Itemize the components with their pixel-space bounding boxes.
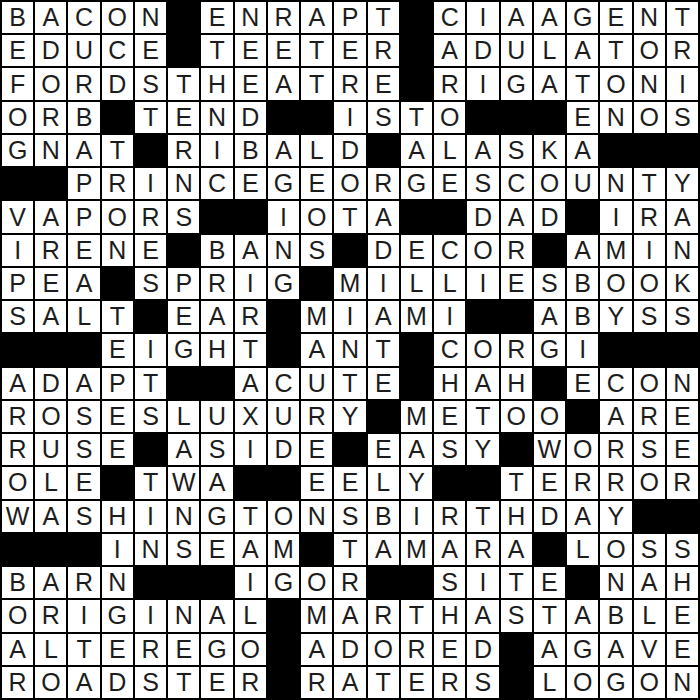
crossword-cell[interactable]: I xyxy=(334,102,365,133)
crossword-cell[interactable]: T xyxy=(135,102,166,133)
crossword-cell[interactable]: R xyxy=(35,600,66,631)
crossword-cell[interactable]: E xyxy=(301,467,332,498)
crossword-cell[interactable]: N xyxy=(334,334,365,365)
crossword-cell[interactable]: E xyxy=(534,567,565,598)
crossword-cell[interactable]: L xyxy=(567,534,598,565)
crossword-cell[interactable]: G xyxy=(268,567,299,598)
crossword-cell[interactable]: A xyxy=(334,667,365,698)
crossword-cell[interactable]: A xyxy=(501,201,532,232)
crossword-cell[interactable]: U xyxy=(201,401,232,432)
crossword-cell[interactable]: P xyxy=(334,2,365,33)
crossword-cell[interactable]: O xyxy=(567,667,598,698)
crossword-cell[interactable]: E xyxy=(201,667,232,698)
crossword-cell[interactable]: K xyxy=(667,268,698,299)
crossword-cell[interactable]: R xyxy=(434,667,465,698)
crossword-cell[interactable]: C xyxy=(434,334,465,365)
crossword-cell[interactable]: E xyxy=(235,35,266,66)
crossword-cell[interactable]: S xyxy=(2,301,33,332)
crossword-cell[interactable]: N xyxy=(235,2,266,33)
crossword-cell[interactable]: T xyxy=(667,2,698,33)
crossword-cell[interactable]: O xyxy=(2,467,33,498)
crossword-cell[interactable]: A xyxy=(567,600,598,631)
crossword-cell[interactable]: E xyxy=(35,268,66,299)
crossword-cell[interactable]: A xyxy=(201,467,232,498)
crossword-cell[interactable]: S xyxy=(201,434,232,465)
crossword-cell[interactable]: A xyxy=(168,434,199,465)
crossword-cell[interactable]: N xyxy=(667,235,698,266)
crossword-cell[interactable]: S xyxy=(534,268,565,299)
crossword-cell[interactable]: A xyxy=(301,634,332,665)
crossword-cell[interactable]: O xyxy=(235,634,266,665)
crossword-cell[interactable]: O xyxy=(600,68,631,99)
crossword-cell[interactable]: A xyxy=(534,634,565,665)
crossword-cell[interactable]: E xyxy=(434,634,465,665)
crossword-cell[interactable]: R xyxy=(667,467,698,498)
crossword-cell[interactable]: E xyxy=(102,401,133,432)
crossword-cell[interactable]: O xyxy=(35,68,66,99)
crossword-cell[interactable]: S xyxy=(368,102,399,133)
crossword-cell[interactable]: C xyxy=(501,168,532,199)
crossword-cell[interactable]: E xyxy=(68,467,99,498)
crossword-cell[interactable]: N xyxy=(600,567,631,598)
crossword-cell[interactable]: L xyxy=(35,634,66,665)
crossword-cell[interactable]: E xyxy=(368,434,399,465)
crossword-cell[interactable]: S xyxy=(467,667,498,698)
crossword-cell[interactable]: B xyxy=(567,268,598,299)
crossword-cell[interactable]: B xyxy=(368,501,399,532)
crossword-cell[interactable]: E xyxy=(334,467,365,498)
crossword-cell[interactable]: T xyxy=(401,102,432,133)
crossword-cell[interactable]: M xyxy=(334,268,365,299)
crossword-cell[interactable]: N xyxy=(168,501,199,532)
crossword-cell[interactable]: D xyxy=(534,501,565,532)
crossword-cell[interactable]: E xyxy=(102,334,133,365)
crossword-cell[interactable]: A xyxy=(600,634,631,665)
crossword-cell[interactable]: I xyxy=(467,268,498,299)
crossword-cell[interactable]: L xyxy=(534,35,565,66)
crossword-cell[interactable]: D xyxy=(467,634,498,665)
crossword-cell[interactable]: O xyxy=(634,102,665,133)
crossword-cell[interactable]: T xyxy=(467,401,498,432)
crossword-cell[interactable]: R xyxy=(334,68,365,99)
crossword-cell[interactable]: T xyxy=(368,334,399,365)
crossword-cell[interactable]: A xyxy=(2,368,33,399)
crossword-cell[interactable]: T xyxy=(534,600,565,631)
crossword-cell[interactable]: R xyxy=(35,235,66,266)
crossword-cell[interactable]: E xyxy=(68,235,99,266)
crossword-cell[interactable]: L xyxy=(301,135,332,166)
crossword-cell[interactable]: R xyxy=(401,634,432,665)
crossword-cell[interactable]: D xyxy=(467,35,498,66)
crossword-cell[interactable]: A xyxy=(235,235,266,266)
crossword-cell[interactable]: O xyxy=(600,534,631,565)
crossword-cell[interactable]: D xyxy=(268,434,299,465)
crossword-cell[interactable]: W xyxy=(168,467,199,498)
crossword-cell[interactable]: I xyxy=(334,301,365,332)
crossword-cell[interactable]: G xyxy=(268,268,299,299)
crossword-cell[interactable]: E xyxy=(368,68,399,99)
crossword-cell[interactable]: I xyxy=(434,301,465,332)
crossword-cell[interactable]: E xyxy=(567,368,598,399)
crossword-cell[interactable]: D xyxy=(35,368,66,399)
crossword-cell[interactable]: S xyxy=(168,534,199,565)
crossword-cell[interactable]: R xyxy=(2,667,33,698)
crossword-cell[interactable]: E xyxy=(235,168,266,199)
crossword-cell[interactable]: V xyxy=(634,634,665,665)
crossword-cell[interactable]: O xyxy=(600,268,631,299)
crossword-cell[interactable]: D xyxy=(334,135,365,166)
crossword-cell[interactable]: E xyxy=(168,301,199,332)
crossword-cell[interactable]: C xyxy=(600,368,631,399)
crossword-cell[interactable]: G xyxy=(102,600,133,631)
crossword-cell[interactable]: I xyxy=(567,334,598,365)
crossword-cell[interactable]: R xyxy=(135,201,166,232)
crossword-cell[interactable]: O xyxy=(567,434,598,465)
crossword-cell[interactable]: C xyxy=(434,2,465,33)
crossword-cell[interactable]: T xyxy=(201,35,232,66)
crossword-cell[interactable]: R xyxy=(368,600,399,631)
crossword-cell[interactable]: A xyxy=(268,135,299,166)
crossword-cell[interactable]: E xyxy=(2,35,33,66)
crossword-cell[interactable]: A xyxy=(401,434,432,465)
crossword-cell[interactable]: G xyxy=(201,501,232,532)
crossword-cell[interactable]: I xyxy=(401,501,432,532)
crossword-cell[interactable]: E xyxy=(401,667,432,698)
crossword-cell[interactable]: U xyxy=(35,434,66,465)
crossword-cell[interactable]: E xyxy=(235,68,266,99)
crossword-cell[interactable]: A xyxy=(567,35,598,66)
crossword-cell[interactable]: R xyxy=(2,401,33,432)
crossword-cell[interactable]: O xyxy=(334,168,365,199)
crossword-cell[interactable]: R xyxy=(301,401,332,432)
crossword-cell[interactable]: U xyxy=(268,401,299,432)
crossword-cell[interactable]: R xyxy=(334,567,365,598)
crossword-cell[interactable]: G xyxy=(567,2,598,33)
crossword-cell[interactable]: I xyxy=(235,434,266,465)
crossword-cell[interactable]: P xyxy=(168,268,199,299)
crossword-cell[interactable]: K xyxy=(534,135,565,166)
crossword-cell[interactable]: E xyxy=(201,2,232,33)
crossword-cell[interactable]: R xyxy=(68,567,99,598)
crossword-cell[interactable]: D xyxy=(467,201,498,232)
crossword-cell[interactable]: C xyxy=(434,235,465,266)
crossword-cell[interactable]: O xyxy=(2,600,33,631)
crossword-cell[interactable]: Y xyxy=(600,301,631,332)
crossword-cell[interactable]: L xyxy=(68,301,99,332)
crossword-cell[interactable]: S xyxy=(434,434,465,465)
crossword-cell[interactable]: N xyxy=(301,501,332,532)
crossword-cell[interactable]: R xyxy=(68,68,99,99)
crossword-cell[interactable]: R xyxy=(634,201,665,232)
crossword-cell[interactable]: P xyxy=(102,368,133,399)
crossword-cell[interactable]: A xyxy=(35,501,66,532)
crossword-cell[interactable]: S xyxy=(301,235,332,266)
crossword-cell[interactable]: S xyxy=(68,401,99,432)
crossword-cell[interactable]: T xyxy=(301,35,332,66)
crossword-cell[interactable]: B xyxy=(235,135,266,166)
crossword-cell[interactable]: T xyxy=(600,35,631,66)
crossword-cell[interactable]: N xyxy=(667,667,698,698)
crossword-cell[interactable]: S xyxy=(501,135,532,166)
crossword-cell[interactable]: A xyxy=(467,368,498,399)
crossword-cell[interactable]: E xyxy=(534,467,565,498)
crossword-cell[interactable]: A xyxy=(68,135,99,166)
crossword-cell[interactable]: R xyxy=(235,301,266,332)
crossword-cell[interactable]: W xyxy=(2,501,33,532)
crossword-cell[interactable]: R xyxy=(368,35,399,66)
crossword-cell[interactable]: L xyxy=(168,401,199,432)
crossword-cell[interactable]: T xyxy=(467,501,498,532)
crossword-cell[interactable]: Y xyxy=(600,501,631,532)
crossword-cell[interactable]: T xyxy=(235,501,266,532)
crossword-cell[interactable]: T xyxy=(368,2,399,33)
crossword-cell[interactable]: I xyxy=(135,168,166,199)
crossword-cell[interactable]: M xyxy=(401,534,432,565)
crossword-cell[interactable]: N xyxy=(600,168,631,199)
crossword-cell[interactable]: A xyxy=(201,600,232,631)
crossword-cell[interactable]: O xyxy=(534,401,565,432)
crossword-cell[interactable]: B xyxy=(2,2,33,33)
crossword-cell[interactable]: D xyxy=(334,634,365,665)
crossword-cell[interactable]: R xyxy=(168,135,199,166)
crossword-cell[interactable]: I xyxy=(2,235,33,266)
crossword-cell[interactable]: A xyxy=(634,567,665,598)
crossword-cell[interactable]: D xyxy=(35,35,66,66)
crossword-cell[interactable]: S xyxy=(135,268,166,299)
crossword-cell[interactable]: M xyxy=(600,235,631,266)
crossword-cell[interactable]: C xyxy=(102,35,133,66)
crossword-cell[interactable]: D xyxy=(102,68,133,99)
crossword-cell[interactable]: A xyxy=(467,135,498,166)
crossword-cell[interactable]: A xyxy=(334,600,365,631)
crossword-cell[interactable]: S xyxy=(68,501,99,532)
crossword-cell[interactable]: D xyxy=(235,102,266,133)
crossword-cell[interactable]: A xyxy=(35,2,66,33)
crossword-cell[interactable]: E xyxy=(301,168,332,199)
crossword-cell[interactable]: T xyxy=(501,567,532,598)
crossword-cell[interactable]: T xyxy=(135,467,166,498)
crossword-cell[interactable]: O xyxy=(35,667,66,698)
crossword-cell[interactable]: T xyxy=(102,301,133,332)
crossword-cell[interactable]: N xyxy=(634,2,665,33)
crossword-cell[interactable]: H xyxy=(201,68,232,99)
crossword-cell[interactable]: R xyxy=(268,2,299,33)
crossword-cell[interactable]: L xyxy=(35,467,66,498)
crossword-cell[interactable]: L xyxy=(434,268,465,299)
crossword-cell[interactable]: I xyxy=(368,268,399,299)
crossword-cell[interactable]: Y xyxy=(667,168,698,199)
crossword-cell[interactable]: L xyxy=(368,467,399,498)
crossword-cell[interactable]: A xyxy=(567,235,598,266)
crossword-cell[interactable]: A xyxy=(2,634,33,665)
crossword-cell[interactable]: L xyxy=(634,600,665,631)
crossword-cell[interactable]: S xyxy=(634,434,665,465)
crossword-cell[interactable]: R xyxy=(235,667,266,698)
crossword-cell[interactable]: I xyxy=(268,201,299,232)
crossword-cell[interactable]: E xyxy=(667,600,698,631)
crossword-cell[interactable]: S xyxy=(667,534,698,565)
crossword-cell[interactable]: D xyxy=(534,201,565,232)
crossword-cell[interactable]: T xyxy=(68,634,99,665)
crossword-cell[interactable]: T xyxy=(102,135,133,166)
crossword-cell[interactable]: Y xyxy=(334,401,365,432)
crossword-cell[interactable]: T xyxy=(401,600,432,631)
crossword-cell[interactable]: R xyxy=(368,168,399,199)
crossword-cell[interactable]: C xyxy=(268,368,299,399)
crossword-cell[interactable]: O xyxy=(634,467,665,498)
crossword-cell[interactable]: C xyxy=(201,168,232,199)
crossword-cell[interactable]: O xyxy=(434,102,465,133)
crossword-cell[interactable]: O xyxy=(534,168,565,199)
crossword-cell[interactable]: S xyxy=(68,434,99,465)
crossword-cell[interactable]: H xyxy=(102,501,133,532)
crossword-cell[interactable]: H xyxy=(201,334,232,365)
crossword-cell[interactable]: A xyxy=(235,534,266,565)
crossword-cell[interactable]: A xyxy=(534,68,565,99)
crossword-cell[interactable]: M xyxy=(301,600,332,631)
crossword-cell[interactable]: S xyxy=(135,68,166,99)
crossword-cell[interactable]: N xyxy=(168,600,199,631)
crossword-cell[interactable]: N xyxy=(102,235,133,266)
crossword-cell[interactable]: L xyxy=(534,667,565,698)
crossword-cell[interactable]: E xyxy=(168,102,199,133)
crossword-cell[interactable]: E xyxy=(135,35,166,66)
crossword-cell[interactable]: I xyxy=(135,334,166,365)
crossword-cell[interactable]: E xyxy=(667,401,698,432)
crossword-cell[interactable]: T xyxy=(567,68,598,99)
crossword-cell[interactable]: N xyxy=(135,2,166,33)
crossword-cell[interactable]: P xyxy=(2,268,33,299)
crossword-cell[interactable]: S xyxy=(135,401,166,432)
crossword-cell[interactable]: T xyxy=(501,467,532,498)
crossword-cell[interactable]: E xyxy=(102,634,133,665)
crossword-cell[interactable]: T xyxy=(235,334,266,365)
crossword-cell[interactable]: R xyxy=(667,35,698,66)
crossword-cell[interactable]: H xyxy=(667,567,698,598)
crossword-cell[interactable]: Y xyxy=(401,467,432,498)
crossword-cell[interactable]: S xyxy=(634,301,665,332)
crossword-cell[interactable]: I xyxy=(600,201,631,232)
crossword-cell[interactable]: D xyxy=(368,235,399,266)
crossword-cell[interactable]: A xyxy=(467,600,498,631)
crossword-cell[interactable]: N xyxy=(168,168,199,199)
crossword-cell[interactable]: I xyxy=(135,600,166,631)
crossword-cell[interactable]: T xyxy=(334,534,365,565)
crossword-cell[interactable]: O xyxy=(368,634,399,665)
crossword-cell[interactable]: T xyxy=(135,368,166,399)
crossword-cell[interactable]: L xyxy=(434,135,465,166)
crossword-cell[interactable]: G xyxy=(600,667,631,698)
crossword-cell[interactable]: R xyxy=(135,634,166,665)
crossword-cell[interactable]: I xyxy=(467,567,498,598)
crossword-cell[interactable]: B xyxy=(68,102,99,133)
crossword-cell[interactable]: G xyxy=(2,135,33,166)
crossword-cell[interactable]: T xyxy=(334,201,365,232)
crossword-cell[interactable]: E xyxy=(168,634,199,665)
crossword-cell[interactable]: H xyxy=(434,368,465,399)
crossword-cell[interactable]: T xyxy=(368,667,399,698)
crossword-cell[interactable]: S xyxy=(467,168,498,199)
crossword-cell[interactable]: C xyxy=(68,2,99,33)
crossword-cell[interactable]: B xyxy=(567,301,598,332)
crossword-cell[interactable]: A xyxy=(567,501,598,532)
crossword-cell[interactable]: O xyxy=(268,501,299,532)
crossword-cell[interactable]: S xyxy=(667,102,698,133)
crossword-cell[interactable]: S xyxy=(135,667,166,698)
crossword-cell[interactable]: O xyxy=(301,567,332,598)
crossword-cell[interactable]: E xyxy=(600,2,631,33)
crossword-cell[interactable]: E xyxy=(368,368,399,399)
crossword-cell[interactable]: O xyxy=(301,201,332,232)
crossword-cell[interactable]: A xyxy=(434,35,465,66)
crossword-cell[interactable]: O xyxy=(102,2,133,33)
crossword-cell[interactable]: I xyxy=(102,534,133,565)
crossword-cell[interactable]: I xyxy=(235,567,266,598)
crossword-cell[interactable]: L xyxy=(235,600,266,631)
crossword-cell[interactable]: A xyxy=(35,201,66,232)
crossword-cell[interactable]: T xyxy=(301,68,332,99)
crossword-cell[interactable]: G xyxy=(168,334,199,365)
crossword-cell[interactable]: S xyxy=(667,301,698,332)
crossword-cell[interactable]: U xyxy=(301,368,332,399)
crossword-cell[interactable]: R xyxy=(434,501,465,532)
crossword-cell[interactable]: A xyxy=(401,135,432,166)
crossword-cell[interactable]: A xyxy=(68,268,99,299)
crossword-cell[interactable]: A xyxy=(68,368,99,399)
crossword-cell[interactable]: W xyxy=(534,434,565,465)
crossword-cell[interactable]: A xyxy=(600,401,631,432)
crossword-cell[interactable]: E xyxy=(135,235,166,266)
crossword-cell[interactable]: O xyxy=(634,368,665,399)
crossword-cell[interactable]: P xyxy=(68,201,99,232)
crossword-cell[interactable]: A xyxy=(434,534,465,565)
crossword-cell[interactable]: E xyxy=(567,102,598,133)
crossword-cell[interactable]: A xyxy=(35,301,66,332)
crossword-cell[interactable]: E xyxy=(401,235,432,266)
crossword-cell[interactable]: B xyxy=(600,600,631,631)
crossword-cell[interactable]: H xyxy=(501,368,532,399)
crossword-cell[interactable]: E xyxy=(268,35,299,66)
crossword-cell[interactable]: E xyxy=(667,434,698,465)
crossword-cell[interactable]: O xyxy=(2,102,33,133)
crossword-cell[interactable]: H xyxy=(501,501,532,532)
crossword-cell[interactable]: Y xyxy=(467,434,498,465)
crossword-cell[interactable]: N xyxy=(201,102,232,133)
crossword-cell[interactable]: S xyxy=(634,534,665,565)
crossword-cell[interactable]: M xyxy=(301,301,332,332)
crossword-cell[interactable]: N xyxy=(600,102,631,133)
crossword-cell[interactable]: U xyxy=(567,168,598,199)
crossword-cell[interactable]: H xyxy=(434,600,465,631)
crossword-cell[interactable]: G xyxy=(534,334,565,365)
crossword-cell[interactable]: O xyxy=(102,201,133,232)
crossword-cell[interactable]: I xyxy=(467,68,498,99)
crossword-cell[interactable]: U xyxy=(68,35,99,66)
crossword-cell[interactable]: B xyxy=(2,567,33,598)
crossword-cell[interactable]: A xyxy=(368,301,399,332)
crossword-cell[interactable]: M xyxy=(268,534,299,565)
crossword-cell[interactable]: E xyxy=(501,268,532,299)
crossword-cell[interactable]: I xyxy=(634,235,665,266)
crossword-cell[interactable]: L xyxy=(401,268,432,299)
crossword-cell[interactable]: G xyxy=(501,68,532,99)
crossword-cell[interactable]: D xyxy=(102,667,133,698)
crossword-cell[interactable]: E xyxy=(334,35,365,66)
crossword-cell[interactable]: G xyxy=(567,634,598,665)
crossword-cell[interactable]: I xyxy=(667,68,698,99)
crossword-cell[interactable]: O xyxy=(634,35,665,66)
crossword-cell[interactable]: B xyxy=(201,235,232,266)
